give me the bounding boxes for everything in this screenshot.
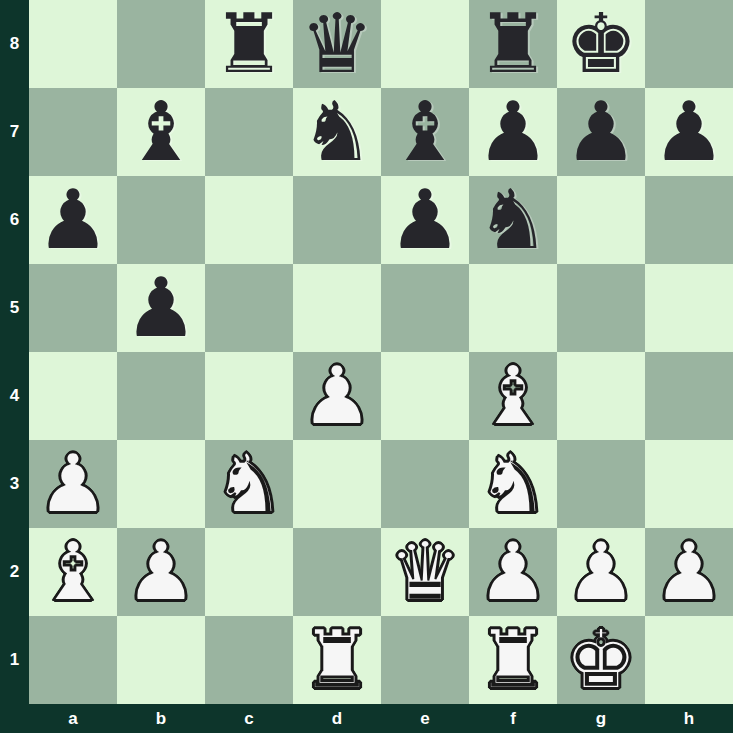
square-d8[interactable]: ♛ — [293, 0, 381, 88]
black-pawn-a6[interactable]: ♟ — [36, 179, 110, 261]
square-a3[interactable]: ♟ — [29, 440, 117, 528]
file-label-c: c — [205, 704, 293, 733]
square-g6[interactable] — [557, 176, 645, 264]
square-d3[interactable] — [293, 440, 381, 528]
square-a8[interactable] — [29, 0, 117, 88]
black-rook-f8[interactable]: ♜ — [476, 3, 550, 85]
white-rook-d1[interactable]: ♜ — [300, 619, 374, 701]
chess-board: ♜♛♜♚♝♞♝♟♟♟♟♟♞♟♟♝♟♞♞♝♟♛♟♟♟♜♜♚ — [29, 0, 733, 704]
black-king-g8[interactable]: ♚ — [564, 3, 638, 85]
square-c1[interactable] — [205, 616, 293, 704]
file-label-h: h — [645, 704, 733, 733]
rank-label-5: 5 — [0, 264, 29, 352]
black-knight-d7[interactable]: ♞ — [300, 91, 374, 173]
black-pawn-e6[interactable]: ♟ — [388, 179, 462, 261]
square-b3[interactable] — [117, 440, 205, 528]
square-c8[interactable]: ♜ — [205, 0, 293, 88]
rank-coordinates: 87654321 — [0, 0, 29, 704]
square-g3[interactable] — [557, 440, 645, 528]
square-c3[interactable]: ♞ — [205, 440, 293, 528]
rank-label-6: 6 — [0, 176, 29, 264]
square-h1[interactable] — [645, 616, 733, 704]
square-h8[interactable] — [645, 0, 733, 88]
square-g1[interactable]: ♚ — [557, 616, 645, 704]
black-pawn-h7[interactable]: ♟ — [652, 91, 726, 173]
square-f5[interactable] — [469, 264, 557, 352]
square-g5[interactable] — [557, 264, 645, 352]
square-h6[interactable] — [645, 176, 733, 264]
white-pawn-a3[interactable]: ♟ — [36, 443, 110, 525]
square-a1[interactable] — [29, 616, 117, 704]
square-g7[interactable]: ♟ — [557, 88, 645, 176]
square-h5[interactable] — [645, 264, 733, 352]
black-queen-d8[interactable]: ♛ — [300, 3, 374, 85]
square-a7[interactable] — [29, 88, 117, 176]
square-e6[interactable]: ♟ — [381, 176, 469, 264]
black-pawn-b5[interactable]: ♟ — [124, 267, 198, 349]
square-f4[interactable]: ♝ — [469, 352, 557, 440]
square-h7[interactable]: ♟ — [645, 88, 733, 176]
square-c4[interactable] — [205, 352, 293, 440]
square-e5[interactable] — [381, 264, 469, 352]
square-b2[interactable]: ♟ — [117, 528, 205, 616]
square-b1[interactable] — [117, 616, 205, 704]
square-c7[interactable] — [205, 88, 293, 176]
white-knight-c3[interactable]: ♞ — [212, 443, 286, 525]
square-a5[interactable] — [29, 264, 117, 352]
square-d6[interactable] — [293, 176, 381, 264]
rank-label-1: 1 — [0, 616, 29, 704]
chess-diagram: 87654321 ♜♛♜♚♝♞♝♟♟♟♟♟♞♟♟♝♟♞♞♝♟♛♟♟♟♜♜♚ ab… — [0, 0, 733, 733]
square-h2[interactable]: ♟ — [645, 528, 733, 616]
file-label-a: a — [29, 704, 117, 733]
rank-label-4: 4 — [0, 352, 29, 440]
square-a2[interactable]: ♝ — [29, 528, 117, 616]
square-f1[interactable]: ♜ — [469, 616, 557, 704]
square-e7[interactable]: ♝ — [381, 88, 469, 176]
white-queen-e2[interactable]: ♛ — [388, 531, 462, 613]
white-pawn-g2[interactable]: ♟ — [564, 531, 638, 613]
file-label-f: f — [469, 704, 557, 733]
square-b8[interactable] — [117, 0, 205, 88]
square-h3[interactable] — [645, 440, 733, 528]
rank-label-3: 3 — [0, 440, 29, 528]
square-g2[interactable]: ♟ — [557, 528, 645, 616]
black-pawn-g7[interactable]: ♟ — [564, 91, 638, 173]
rank-label-7: 7 — [0, 88, 29, 176]
black-knight-f6[interactable]: ♞ — [476, 179, 550, 261]
square-d7[interactable]: ♞ — [293, 88, 381, 176]
black-rook-c8[interactable]: ♜ — [212, 3, 286, 85]
white-pawn-f2[interactable]: ♟ — [476, 531, 550, 613]
square-c6[interactable] — [205, 176, 293, 264]
square-f7[interactable]: ♟ — [469, 88, 557, 176]
square-a4[interactable] — [29, 352, 117, 440]
square-f3[interactable]: ♞ — [469, 440, 557, 528]
square-c2[interactable] — [205, 528, 293, 616]
rank-label-8: 8 — [0, 0, 29, 88]
square-e4[interactable] — [381, 352, 469, 440]
file-coordinates: abcdefgh — [29, 704, 733, 733]
square-c5[interactable] — [205, 264, 293, 352]
white-bishop-f4[interactable]: ♝ — [476, 355, 550, 437]
square-e8[interactable] — [381, 0, 469, 88]
square-e3[interactable] — [381, 440, 469, 528]
square-f2[interactable]: ♟ — [469, 528, 557, 616]
white-pawn-d4[interactable]: ♟ — [300, 355, 374, 437]
file-label-b: b — [117, 704, 205, 733]
white-bishop-a2[interactable]: ♝ — [36, 531, 110, 613]
square-d1[interactable]: ♜ — [293, 616, 381, 704]
square-b5[interactable]: ♟ — [117, 264, 205, 352]
black-bishop-b7[interactable]: ♝ — [124, 91, 198, 173]
black-pawn-f7[interactable]: ♟ — [476, 91, 550, 173]
white-pawn-b2[interactable]: ♟ — [124, 531, 198, 613]
file-label-e: e — [381, 704, 469, 733]
square-e1[interactable] — [381, 616, 469, 704]
square-b4[interactable] — [117, 352, 205, 440]
rank-label-2: 2 — [0, 528, 29, 616]
square-e2[interactable]: ♛ — [381, 528, 469, 616]
square-d5[interactable] — [293, 264, 381, 352]
white-rook-f1[interactable]: ♜ — [476, 619, 550, 701]
square-g8[interactable]: ♚ — [557, 0, 645, 88]
square-f6[interactable]: ♞ — [469, 176, 557, 264]
white-king-g1[interactable]: ♚ — [564, 619, 638, 701]
white-knight-f3[interactable]: ♞ — [476, 443, 550, 525]
square-f8[interactable]: ♜ — [469, 0, 557, 88]
square-h4[interactable] — [645, 352, 733, 440]
square-b7[interactable]: ♝ — [117, 88, 205, 176]
square-g4[interactable] — [557, 352, 645, 440]
file-label-g: g — [557, 704, 645, 733]
square-a6[interactable]: ♟ — [29, 176, 117, 264]
square-d2[interactable] — [293, 528, 381, 616]
white-pawn-h2[interactable]: ♟ — [652, 531, 726, 613]
file-label-d: d — [293, 704, 381, 733]
square-d4[interactable]: ♟ — [293, 352, 381, 440]
square-b6[interactable] — [117, 176, 205, 264]
black-bishop-e7[interactable]: ♝ — [388, 91, 462, 173]
